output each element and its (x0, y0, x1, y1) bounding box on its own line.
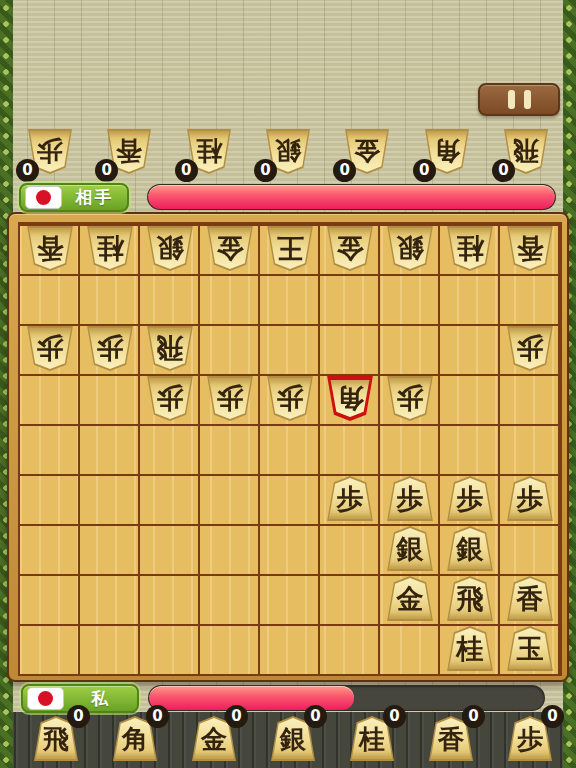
board-cell[interactable] (200, 574, 260, 624)
shogi-piece-player[interactable]: 飛 (444, 576, 496, 621)
board-cell[interactable] (80, 274, 140, 324)
board-cell[interactable]: 香 (500, 574, 560, 624)
piece-kanji: 角 (337, 385, 364, 412)
captured-count-badge: 0 (413, 159, 436, 182)
board-cell[interactable]: 角 (320, 374, 380, 424)
shogi-piece-opponent[interactable]: 飛 (144, 326, 196, 371)
board-cell[interactable] (140, 524, 200, 574)
captured-count-badge: 0 (95, 159, 118, 182)
piece-face: 銀 (446, 528, 494, 569)
hand-slot-金[interactable]: 金0 (178, 713, 250, 763)
captured-count-badge: 0 (492, 159, 515, 182)
shogi-piece-opponent[interactable]: 歩 (384, 376, 436, 421)
board-cell[interactable] (80, 624, 140, 674)
opponent-name: 相手 (62, 186, 127, 209)
piece-face: 歩 (326, 478, 374, 519)
board-cell[interactable]: 歩 (20, 324, 80, 374)
board-cell[interactable]: 香 (20, 224, 80, 274)
board-cell[interactable]: 歩 (440, 474, 500, 524)
piece-face: 王 (266, 228, 314, 269)
piece-kanji: 歩 (517, 485, 544, 512)
piece-face: 香 (506, 578, 554, 619)
piece-kanji: 香 (116, 139, 142, 165)
board-cell[interactable]: 歩 (260, 374, 320, 424)
piece-face: 金 (206, 228, 254, 269)
board-cell[interactable] (320, 524, 380, 574)
piece-kanji: 銀 (280, 726, 306, 752)
piece-kanji: 金 (354, 139, 380, 165)
player-time-fill (149, 686, 354, 710)
piece-kanji: 飛 (513, 139, 539, 165)
board-cell[interactable] (260, 324, 320, 374)
piece-kanji: 歩 (517, 335, 544, 362)
captured-count-badge: 0 (333, 159, 356, 182)
board-cell[interactable] (380, 624, 440, 674)
board-cell[interactable] (380, 324, 440, 374)
japan-flag-icon (25, 186, 62, 209)
board-cell[interactable]: 銀 (440, 524, 500, 574)
piece-kanji: 歩 (337, 485, 364, 512)
board-cell[interactable] (20, 274, 80, 324)
piece-kanji: 金 (217, 235, 244, 262)
hand-slot-角[interactable]: 角0 (411, 126, 483, 176)
board-cell[interactable] (140, 274, 200, 324)
board-cell[interactable]: 飛 (440, 574, 500, 624)
board-cell[interactable] (380, 274, 440, 324)
board-cell[interactable] (440, 374, 500, 424)
hand-slot-桂[interactable]: 桂0 (173, 126, 245, 176)
piece-kanji: 歩 (277, 385, 304, 412)
board-cell[interactable]: 銀 (380, 524, 440, 574)
board-cell[interactable]: 金 (320, 224, 380, 274)
piece-face: 金 (326, 228, 374, 269)
shogi-piece-opponent[interactable]: 銀 (144, 226, 196, 271)
piece-face: 桂 (86, 228, 134, 269)
piece-face: 金 (386, 578, 434, 619)
board-cell[interactable] (200, 524, 260, 574)
shogi-piece-player[interactable]: 香 (504, 576, 556, 621)
piece-face: 歩 (206, 378, 254, 419)
board-cell[interactable]: 玉 (500, 624, 560, 674)
board-cell[interactable] (260, 274, 320, 324)
shogi-piece-opponent[interactable]: 桂 (84, 226, 136, 271)
board-cell[interactable] (380, 424, 440, 474)
shogi-piece-opponent[interactable]: 金 (204, 226, 256, 271)
board-cell[interactable]: 王 (260, 224, 320, 274)
board-cell[interactable] (500, 274, 560, 324)
hand-slot-銀[interactable]: 銀0 (252, 126, 324, 176)
board-cell[interactable] (260, 624, 320, 674)
shogi-piece-opponent[interactable]: 銀 (384, 226, 436, 271)
board-cell[interactable] (260, 424, 320, 474)
piece-kanji: 玉 (517, 635, 544, 662)
captured-count-badge: 0 (304, 705, 327, 728)
piece-kanji: 香 (438, 726, 464, 752)
hand-slot-香[interactable]: 香0 (93, 126, 165, 176)
shogi-piece-opponent[interactable]: 金 (324, 226, 376, 271)
board-cell[interactable] (140, 424, 200, 474)
hand-slot-角[interactable]: 角0 (99, 713, 171, 763)
captured-count-badge: 0 (383, 705, 406, 728)
captured-count-badge: 0 (254, 159, 277, 182)
japan-flag-icon (27, 687, 64, 710)
piece-kanji: 歩 (517, 726, 543, 752)
hand-slot-飛[interactable]: 飛0 (20, 713, 92, 763)
board-cell[interactable]: 銀 (140, 224, 200, 274)
board-cell[interactable] (440, 274, 500, 324)
player-time-bar (148, 685, 545, 711)
board-cell[interactable] (200, 424, 260, 474)
board-cell[interactable] (20, 624, 80, 674)
shogi-piece-opponent[interactable]: 歩 (504, 326, 556, 371)
shogi-piece-opponent[interactable]: 角 (324, 376, 376, 421)
piece-kanji: 角 (434, 139, 460, 165)
piece-face: 銀 (146, 228, 194, 269)
board-cell[interactable] (200, 324, 260, 374)
piece-kanji: 歩 (397, 385, 424, 412)
shogi-piece-opponent[interactable]: 王 (264, 226, 316, 271)
player-hand-tray: 飛0角0金0銀0桂0香0歩0 (20, 713, 566, 765)
piece-face: 桂 (446, 228, 494, 269)
board-cell[interactable] (200, 474, 260, 524)
piece-face: 歩 (386, 478, 434, 519)
board-cell[interactable] (140, 574, 200, 624)
board-cell[interactable] (80, 524, 140, 574)
board-cell[interactable] (320, 574, 380, 624)
board-cell[interactable] (260, 574, 320, 624)
piece-face: 歩 (446, 478, 494, 519)
piece-face: 歩 (386, 378, 434, 419)
captured-count-badge: 0 (462, 705, 485, 728)
board-cell[interactable]: 香 (500, 224, 560, 274)
piece-kanji: 歩 (37, 139, 63, 165)
hand-slot-桂[interactable]: 桂0 (336, 713, 408, 763)
board-cell[interactable]: 桂 (80, 224, 140, 274)
piece-kanji: 香 (517, 585, 544, 612)
board-cell[interactable]: 歩 (80, 324, 140, 374)
piece-kanji: 歩 (37, 335, 64, 362)
shogi-piece-opponent[interactable]: 香 (24, 226, 76, 271)
piece-face: 歩 (26, 328, 74, 369)
board-cell[interactable]: 歩 (380, 474, 440, 524)
shogi-piece-player[interactable]: 歩 (504, 476, 556, 521)
board-cell[interactable] (140, 624, 200, 674)
piece-kanji: 王 (277, 235, 304, 262)
piece-kanji: 銀 (275, 139, 301, 165)
board-cell[interactable]: 桂 (440, 624, 500, 674)
opponent-time-fill (148, 185, 555, 209)
shogi-piece-opponent[interactable]: 桂 (444, 226, 496, 271)
captured-count-badge: 0 (16, 159, 39, 182)
pause-icon (508, 90, 515, 109)
board-cell[interactable] (500, 524, 560, 574)
board-cell[interactable] (440, 324, 500, 374)
board-cell[interactable]: 歩 (500, 474, 560, 524)
shogi-piece-player[interactable]: 銀 (384, 526, 436, 571)
piece-face: 飛 (446, 578, 494, 619)
piece-kanji: 桂 (359, 726, 385, 752)
board-cell[interactable]: 飛 (140, 324, 200, 374)
board-cell[interactable] (200, 624, 260, 674)
piece-face: 銀 (386, 528, 434, 569)
piece-face: 香 (26, 228, 74, 269)
captured-count-badge: 0 (67, 705, 90, 728)
piece-kanji: 銀 (397, 235, 424, 262)
hand-slot-歩[interactable]: 歩0 (14, 126, 86, 176)
piece-kanji: 角 (122, 726, 148, 752)
shogi-piece-player[interactable]: 歩 (444, 476, 496, 521)
piece-kanji: 飛 (157, 335, 184, 362)
piece-face: 歩 (506, 478, 554, 519)
piece-face: 角 (328, 380, 372, 417)
board-cell[interactable] (500, 424, 560, 474)
opponent-hand-tray: 歩0香0桂0銀0金0角0飛0 (14, 126, 562, 176)
shogi-piece-player[interactable]: 金 (384, 576, 436, 621)
piece-kanji: 銀 (397, 535, 424, 562)
piece-kanji: 飛 (457, 585, 484, 612)
pause-button[interactable] (478, 83, 560, 116)
board-cell[interactable]: 歩 (200, 374, 260, 424)
captured-count-badge: 0 (175, 159, 198, 182)
piece-kanji: 歩 (457, 485, 484, 512)
board-cell[interactable]: 歩 (140, 374, 200, 424)
board-cell[interactable] (140, 474, 200, 524)
piece-face: 銀 (386, 228, 434, 269)
board-cell[interactable] (260, 524, 320, 574)
piece-kanji: 歩 (97, 335, 124, 362)
shogi-piece-opponent[interactable]: 歩 (84, 326, 136, 371)
shogi-piece-opponent[interactable]: 歩 (24, 326, 76, 371)
piece-face: 歩 (146, 378, 194, 419)
shogi-piece-player[interactable]: 玉 (504, 626, 556, 671)
board-cell[interactable]: 銀 (380, 224, 440, 274)
hand-slot-飛[interactable]: 飛0 (490, 126, 562, 176)
board-cell[interactable] (20, 524, 80, 574)
board-cell[interactable] (200, 274, 260, 324)
board-cell[interactable] (20, 424, 80, 474)
board-cell[interactable] (20, 574, 80, 624)
board-cell[interactable] (20, 474, 80, 524)
pause-icon (524, 90, 531, 109)
piece-face: 歩 (266, 378, 314, 419)
shogi-piece-opponent[interactable]: 歩 (264, 376, 316, 421)
board-cell[interactable] (500, 374, 560, 424)
piece-face: 飛 (146, 328, 194, 369)
piece-kanji: 桂 (196, 139, 222, 165)
piece-face: 歩 (86, 328, 134, 369)
piece-kanji: 金 (201, 726, 227, 752)
board-cell[interactable] (320, 274, 380, 324)
piece-face: 歩 (506, 328, 554, 369)
board-cell[interactable]: 歩 (500, 324, 560, 374)
hand-slot-銀[interactable]: 銀0 (257, 713, 329, 763)
piece-face: 玉 (506, 628, 554, 669)
piece-face: 香 (506, 228, 554, 269)
board-cell[interactable] (20, 374, 80, 424)
shogi-piece-player[interactable]: 桂 (444, 626, 496, 671)
opponent-time-bar (147, 184, 556, 210)
board-cell[interactable] (320, 424, 380, 474)
board-cell[interactable]: 歩 (320, 474, 380, 524)
hand-slot-金[interactable]: 金0 (331, 126, 403, 176)
piece-kanji: 金 (337, 235, 364, 262)
shogi-piece-opponent[interactable]: 香 (504, 226, 556, 271)
board-cell[interactable] (320, 624, 380, 674)
shogi-piece-player[interactable]: 歩 (384, 476, 436, 521)
board-cell[interactable] (80, 424, 140, 474)
board-cell[interactable]: 桂 (440, 224, 500, 274)
piece-kanji: 歩 (157, 385, 184, 412)
shogi-piece-player[interactable]: 銀 (444, 526, 496, 571)
board-cell[interactable] (80, 374, 140, 424)
shogi-board: 香桂銀金王金銀桂香歩歩飛歩歩歩歩角歩歩歩歩歩銀銀金飛香桂玉 (7, 212, 569, 682)
piece-kanji: 香 (517, 235, 544, 262)
board-cell[interactable] (80, 574, 140, 624)
piece-kanji: 銀 (157, 235, 184, 262)
piece-kanji: 桂 (457, 635, 484, 662)
piece-face: 桂 (446, 628, 494, 669)
shogi-piece-opponent[interactable]: 歩 (144, 376, 196, 421)
piece-kanji: 銀 (457, 535, 484, 562)
piece-kanji: 飛 (43, 726, 69, 752)
board-cell[interactable] (80, 474, 140, 524)
piece-kanji: 歩 (217, 385, 244, 412)
piece-kanji: 桂 (97, 235, 124, 262)
board-cell[interactable]: 歩 (380, 374, 440, 424)
app-screen: 歩0香0桂0銀0金0角0飛0 相手 香桂銀金王金銀桂香歩歩飛歩歩歩歩角歩歩歩歩歩… (0, 0, 576, 768)
board-cell[interactable] (440, 424, 500, 474)
captured-count-badge: 0 (146, 705, 169, 728)
piece-kanji: 桂 (457, 235, 484, 262)
piece-kanji: 香 (37, 235, 64, 262)
shogi-piece-opponent[interactable]: 歩 (204, 376, 256, 421)
board-cell[interactable] (320, 324, 380, 374)
piece-kanji: 金 (397, 585, 424, 612)
hand-slot-歩[interactable]: 歩0 (494, 713, 566, 763)
captured-count-badge: 0 (541, 705, 564, 728)
board-cell[interactable] (260, 474, 320, 524)
opponent-label: 相手 (19, 183, 129, 212)
shogi-piece-player[interactable]: 歩 (324, 476, 376, 521)
captured-count-badge: 0 (225, 705, 248, 728)
hand-slot-香[interactable]: 香0 (415, 713, 487, 763)
board-cell[interactable]: 金 (200, 224, 260, 274)
board-cell[interactable]: 金 (380, 574, 440, 624)
piece-kanji: 歩 (397, 485, 424, 512)
board-grid: 香桂銀金王金銀桂香歩歩飛歩歩歩歩角歩歩歩歩歩銀銀金飛香桂玉 (18, 222, 562, 676)
